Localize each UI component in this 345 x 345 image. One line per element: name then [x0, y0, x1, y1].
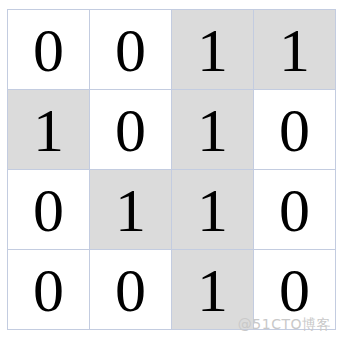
cell-r2c3: 0 [254, 170, 335, 249]
cell-r2c0: 0 [8, 170, 89, 249]
cell-r1c1: 0 [90, 90, 171, 169]
cell-r2c1: 1 [90, 170, 171, 249]
cell-r2c2: 1 [172, 170, 253, 249]
cell-r0c3: 1 [254, 10, 335, 89]
cell-r1c3: 0 [254, 90, 335, 169]
cell-r0c2: 1 [172, 10, 253, 89]
cell-r3c3: 0 [254, 250, 335, 329]
binary-grid-board: 0011101001100010 [7, 9, 336, 330]
cell-r1c2: 1 [172, 90, 253, 169]
cell-r1c0: 1 [8, 90, 89, 169]
cell-r3c1: 0 [90, 250, 171, 329]
cell-r3c2: 1 [172, 250, 253, 329]
screenshot-canvas: 0011101001100010 @51CTO博客 [0, 0, 345, 345]
cell-r0c1: 0 [90, 10, 171, 89]
cell-r3c0: 0 [8, 250, 89, 329]
cell-r0c0: 0 [8, 10, 89, 89]
